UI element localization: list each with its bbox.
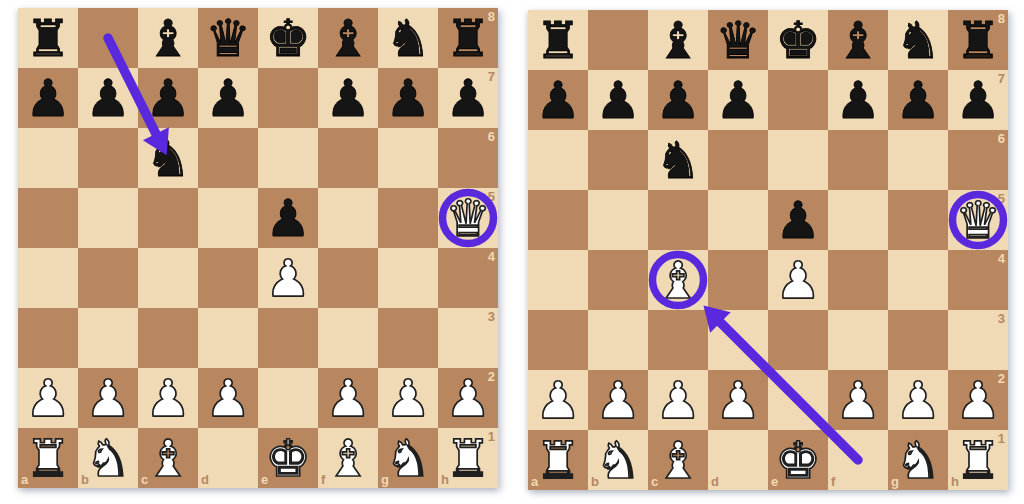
square-d5[interactable] [708, 190, 768, 250]
square-b7[interactable]: ♟ [78, 68, 138, 128]
white-pawn[interactable]: ♟ [438, 368, 498, 428]
white-queen[interactable]: ♛ [948, 190, 1008, 250]
white-knight[interactable]: ♞ [378, 428, 438, 488]
black-bishop[interactable]: ♝ [648, 10, 708, 70]
square-h4[interactable]: 4 [438, 248, 498, 308]
square-a4[interactable] [18, 248, 78, 308]
square-c4[interactable]: ♝ [648, 250, 708, 310]
square-b4[interactable] [78, 248, 138, 308]
square-g4[interactable] [888, 250, 948, 310]
rank-label-6: 6 [998, 132, 1005, 145]
black-pawn[interactable]: ♟ [588, 70, 648, 130]
square-b2[interactable]: ♟ [78, 368, 138, 428]
square-a2[interactable]: ♟ [528, 370, 588, 430]
square-e6[interactable] [258, 128, 318, 188]
square-d1[interactable]: d [708, 430, 768, 490]
white-pawn[interactable]: ♟ [948, 370, 1008, 430]
square-f1[interactable]: f♝ [318, 428, 378, 488]
square-a3[interactable] [528, 310, 588, 370]
square-c5[interactable] [648, 190, 708, 250]
square-d8[interactable]: ♛ [708, 10, 768, 70]
square-b5[interactable] [588, 190, 648, 250]
square-f2[interactable]: ♟ [828, 370, 888, 430]
square-g1[interactable]: g♞ [888, 430, 948, 490]
square-g2[interactable]: ♟ [888, 370, 948, 430]
square-f6[interactable] [318, 128, 378, 188]
square-b4[interactable] [588, 250, 648, 310]
black-pawn[interactable]: ♟ [378, 68, 438, 128]
square-f3[interactable] [828, 310, 888, 370]
square-d8[interactable]: ♛ [198, 8, 258, 68]
square-g4[interactable] [378, 248, 438, 308]
white-pawn[interactable]: ♟ [78, 368, 138, 428]
square-a6[interactable] [528, 130, 588, 190]
square-h5[interactable]: 5♛ [948, 190, 1008, 250]
square-b1[interactable]: b♞ [588, 430, 648, 490]
square-a5[interactable] [18, 188, 78, 248]
square-h4[interactable]: 4 [948, 250, 1008, 310]
square-d6[interactable] [708, 130, 768, 190]
square-h7[interactable]: 7♟ [438, 68, 498, 128]
square-g5[interactable] [378, 188, 438, 248]
square-e4[interactable]: ♟ [258, 248, 318, 308]
white-pawn[interactable]: ♟ [768, 250, 828, 310]
white-rook[interactable]: ♜ [528, 430, 588, 490]
white-bishop[interactable]: ♝ [318, 428, 378, 488]
black-pawn[interactable]: ♟ [648, 70, 708, 130]
square-g6[interactable] [888, 130, 948, 190]
square-f4[interactable] [318, 248, 378, 308]
white-pawn[interactable]: ♟ [528, 370, 588, 430]
black-pawn[interactable]: ♟ [528, 70, 588, 130]
square-d5[interactable] [198, 188, 258, 248]
square-a1[interactable]: a♜ [18, 428, 78, 488]
square-d2[interactable]: ♟ [198, 368, 258, 428]
square-a5[interactable] [528, 190, 588, 250]
white-knight[interactable]: ♞ [588, 430, 648, 490]
black-pawn[interactable]: ♟ [198, 68, 258, 128]
square-f7[interactable]: ♟ [318, 68, 378, 128]
square-b3[interactable] [78, 308, 138, 368]
black-pawn[interactable]: ♟ [768, 190, 828, 250]
square-d1[interactable]: d [198, 428, 258, 488]
square-h1[interactable]: 1h♜ [948, 430, 1008, 490]
square-c3[interactable] [648, 310, 708, 370]
white-king[interactable]: ♚ [258, 428, 318, 488]
black-pawn[interactable]: ♟ [888, 70, 948, 130]
black-pawn[interactable]: ♟ [708, 70, 768, 130]
square-e3[interactable] [768, 310, 828, 370]
square-g8[interactable]: ♞ [888, 10, 948, 70]
file-label-d: d [201, 473, 209, 486]
chessboard-right-grid[interactable]: ♜♝♛♚♝♞8♜♟♟♟♟♟♟7♟♞6♟5♛♝♟43♟♟♟♟♟♟2♟a♜b♞c♝d… [528, 10, 1008, 490]
square-d6[interactable] [198, 128, 258, 188]
white-rook[interactable]: ♜ [438, 428, 498, 488]
square-b7[interactable]: ♟ [588, 70, 648, 130]
file-label-f: f [831, 475, 835, 488]
square-e3[interactable] [258, 308, 318, 368]
square-b1[interactable]: b♞ [78, 428, 138, 488]
square-a8[interactable]: ♜ [18, 8, 78, 68]
black-rook[interactable]: ♜ [438, 8, 498, 68]
black-queen[interactable]: ♛ [198, 8, 258, 68]
white-knight[interactable]: ♞ [78, 428, 138, 488]
square-d3[interactable] [708, 310, 768, 370]
white-queen[interactable]: ♛ [438, 188, 498, 248]
square-f3[interactable] [318, 308, 378, 368]
square-b2[interactable]: ♟ [588, 370, 648, 430]
white-pawn[interactable]: ♟ [708, 370, 768, 430]
square-f6[interactable] [828, 130, 888, 190]
square-f7[interactable]: ♟ [828, 70, 888, 130]
black-queen[interactable]: ♛ [708, 10, 768, 70]
square-f4[interactable] [828, 250, 888, 310]
square-g3[interactable] [888, 310, 948, 370]
square-g2[interactable]: ♟ [378, 368, 438, 428]
square-e2[interactable] [768, 370, 828, 430]
square-b6[interactable] [78, 128, 138, 188]
white-pawn[interactable]: ♟ [318, 368, 378, 428]
square-c8[interactable]: ♝ [138, 8, 198, 68]
square-h2[interactable]: 2♟ [948, 370, 1008, 430]
square-a1[interactable]: a♜ [528, 430, 588, 490]
white-pawn[interactable]: ♟ [888, 370, 948, 430]
file-label-d: d [711, 475, 719, 488]
square-h1[interactable]: 1h♜ [438, 428, 498, 488]
square-a8[interactable]: ♜ [528, 10, 588, 70]
square-c7[interactable]: ♟ [648, 70, 708, 130]
square-a3[interactable] [18, 308, 78, 368]
square-h8[interactable]: 8♜ [948, 10, 1008, 70]
square-c1[interactable]: c♝ [648, 430, 708, 490]
square-c4[interactable] [138, 248, 198, 308]
square-b5[interactable] [78, 188, 138, 248]
white-bishop[interactable]: ♝ [648, 430, 708, 490]
square-h3[interactable]: 3 [948, 310, 1008, 370]
square-c2[interactable]: ♟ [648, 370, 708, 430]
black-knight[interactable]: ♞ [648, 130, 708, 190]
rank-label-3: 3 [488, 310, 495, 323]
white-king[interactable]: ♚ [768, 430, 828, 490]
black-pawn[interactable]: ♟ [948, 70, 1008, 130]
square-d4[interactable] [708, 250, 768, 310]
square-g1[interactable]: g♞ [378, 428, 438, 488]
black-pawn[interactable]: ♟ [138, 68, 198, 128]
square-g5[interactable] [888, 190, 948, 250]
square-a6[interactable] [18, 128, 78, 188]
square-e8[interactable]: ♚ [768, 10, 828, 70]
square-d7[interactable]: ♟ [708, 70, 768, 130]
square-g6[interactable] [378, 128, 438, 188]
square-b3[interactable] [588, 310, 648, 370]
square-d7[interactable]: ♟ [198, 68, 258, 128]
white-knight[interactable]: ♞ [888, 430, 948, 490]
white-bishop[interactable]: ♝ [138, 428, 198, 488]
square-d3[interactable] [198, 308, 258, 368]
square-c2[interactable]: ♟ [138, 368, 198, 428]
square-e6[interactable] [768, 130, 828, 190]
square-c3[interactable] [138, 308, 198, 368]
square-e5[interactable]: ♟ [258, 188, 318, 248]
square-e1[interactable]: e♚ [258, 428, 318, 488]
square-a7[interactable]: ♟ [18, 68, 78, 128]
square-h3[interactable]: 3 [438, 308, 498, 368]
square-h6[interactable]: 6 [438, 128, 498, 188]
square-e8[interactable]: ♚ [258, 8, 318, 68]
square-c8[interactable]: ♝ [648, 10, 708, 70]
black-knight[interactable]: ♞ [138, 128, 198, 188]
black-king[interactable]: ♚ [258, 8, 318, 68]
white-pawn[interactable]: ♟ [18, 368, 78, 428]
square-f8[interactable]: ♝ [318, 8, 378, 68]
black-pawn[interactable]: ♟ [318, 68, 378, 128]
black-king[interactable]: ♚ [768, 10, 828, 70]
black-pawn[interactable]: ♟ [258, 188, 318, 248]
square-a4[interactable] [528, 250, 588, 310]
rank-label-3: 3 [998, 312, 1005, 325]
rank-label-4: 4 [998, 252, 1005, 265]
black-bishop[interactable]: ♝ [318, 8, 378, 68]
white-pawn[interactable]: ♟ [648, 370, 708, 430]
square-f1[interactable]: f [828, 430, 888, 490]
square-g7[interactable]: ♟ [888, 70, 948, 130]
square-d2[interactable]: ♟ [708, 370, 768, 430]
square-h5[interactable]: 5♛ [438, 188, 498, 248]
square-b8[interactable] [78, 8, 138, 68]
black-pawn[interactable]: ♟ [78, 68, 138, 128]
square-h7[interactable]: 7♟ [948, 70, 1008, 130]
page: ♜♝♛♚♝♞8♜♟♟♟♟♟♟7♟♞6♟5♛♟43♟♟♟♟♟♟2♟a♜b♞c♝de… [0, 0, 1024, 504]
chessboard-left[interactable]: ♜♝♛♚♝♞8♜♟♟♟♟♟♟7♟♞6♟5♛♟43♟♟♟♟♟♟2♟a♜b♞c♝de… [18, 8, 498, 488]
black-rook[interactable]: ♜ [18, 8, 78, 68]
black-pawn[interactable]: ♟ [438, 68, 498, 128]
black-bishop[interactable]: ♝ [138, 8, 198, 68]
black-rook[interactable]: ♜ [528, 10, 588, 70]
chessboard-right[interactable]: ♜♝♛♚♝♞8♜♟♟♟♟♟♟7♟♞6♟5♛♝♟43♟♟♟♟♟♟2♟a♜b♞c♝d… [528, 10, 1008, 490]
black-rook[interactable]: ♜ [948, 10, 1008, 70]
square-a7[interactable]: ♟ [528, 70, 588, 130]
square-g3[interactable] [378, 308, 438, 368]
square-h6[interactable]: 6 [948, 130, 1008, 190]
square-g7[interactable]: ♟ [378, 68, 438, 128]
square-g8[interactable]: ♞ [378, 8, 438, 68]
rank-label-6: 6 [488, 130, 495, 143]
white-bishop[interactable]: ♝ [648, 250, 708, 310]
square-a2[interactable]: ♟ [18, 368, 78, 428]
square-c6[interactable]: ♞ [138, 128, 198, 188]
square-h8[interactable]: 8♜ [438, 8, 498, 68]
square-c7[interactable]: ♟ [138, 68, 198, 128]
black-knight[interactable]: ♞ [888, 10, 948, 70]
square-e1[interactable]: e♚ [768, 430, 828, 490]
square-f5[interactable] [318, 188, 378, 248]
square-e4[interactable]: ♟ [768, 250, 828, 310]
chessboard-left-grid[interactable]: ♜♝♛♚♝♞8♜♟♟♟♟♟♟7♟♞6♟5♛♟43♟♟♟♟♟♟2♟a♜b♞c♝de… [18, 8, 498, 488]
square-f2[interactable]: ♟ [318, 368, 378, 428]
square-b8[interactable] [588, 10, 648, 70]
square-h2[interactable]: 2♟ [438, 368, 498, 428]
white-pawn[interactable]: ♟ [258, 248, 318, 308]
square-e7[interactable] [258, 68, 318, 128]
square-d4[interactable] [198, 248, 258, 308]
black-bishop[interactable]: ♝ [828, 10, 888, 70]
white-pawn[interactable]: ♟ [198, 368, 258, 428]
square-e2[interactable] [258, 368, 318, 428]
white-pawn[interactable]: ♟ [588, 370, 648, 430]
square-c5[interactable] [138, 188, 198, 248]
white-pawn[interactable]: ♟ [138, 368, 198, 428]
square-e5[interactable]: ♟ [768, 190, 828, 250]
square-f8[interactable]: ♝ [828, 10, 888, 70]
square-b6[interactable] [588, 130, 648, 190]
square-e7[interactable] [768, 70, 828, 130]
square-c6[interactable]: ♞ [648, 130, 708, 190]
white-pawn[interactable]: ♟ [378, 368, 438, 428]
white-pawn[interactable]: ♟ [828, 370, 888, 430]
rank-label-4: 4 [488, 250, 495, 263]
square-f5[interactable] [828, 190, 888, 250]
black-knight[interactable]: ♞ [378, 8, 438, 68]
white-rook[interactable]: ♜ [18, 428, 78, 488]
square-c1[interactable]: c♝ [138, 428, 198, 488]
black-pawn[interactable]: ♟ [18, 68, 78, 128]
white-rook[interactable]: ♜ [948, 430, 1008, 490]
black-pawn[interactable]: ♟ [828, 70, 888, 130]
